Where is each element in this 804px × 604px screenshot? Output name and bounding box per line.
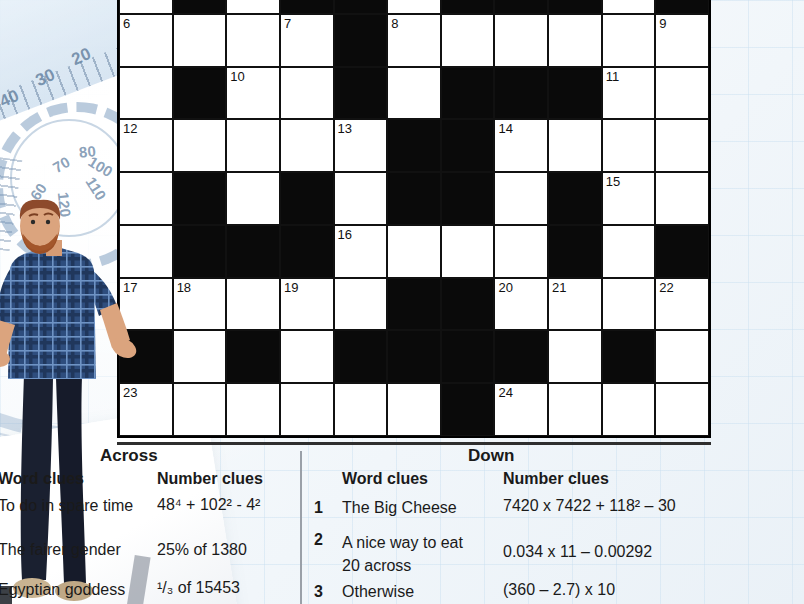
across-word-clue: To do in spare time [0, 497, 133, 515]
across-title: Across [100, 446, 158, 466]
down-number-clue: (360 – 2.7) x 10 [503, 581, 615, 599]
down-word-clue: A nice way to eat 20 across [342, 531, 484, 577]
across-number-clues-header: Number clues [157, 470, 263, 488]
across-word-clues-header: Word clues [0, 470, 84, 488]
across-number-clue: ¹/₃ of 15453 [157, 579, 240, 597]
down-number-clue: 0.034 x 11 – 0.00292 [503, 543, 652, 561]
across-word-clue: The fairer gender [0, 541, 121, 559]
across-number-clue: 48⁴ + 102² - 4² [157, 496, 260, 514]
down-word-clues-header: Word clues [342, 470, 428, 488]
puzzle-page: 20 30 40 60 70 80 100 110 120 6789101112… [0, 0, 804, 604]
across-word-clue: Egyptian goddess [0, 581, 125, 599]
down-clue-number-label: 2 [314, 531, 323, 549]
down-clue-number-label: 3 [314, 583, 323, 601]
down-clue-number-label: 1 [314, 499, 323, 517]
clues-divider-line [300, 451, 302, 604]
clues-separator-line [117, 442, 711, 445]
across-number-clue: 25% of 1380 [157, 541, 247, 559]
clues-section: Across Word clues Number clues To do in … [0, 0, 804, 604]
down-word-clue: The Big Cheese [342, 499, 457, 517]
down-title: Down [468, 446, 514, 466]
down-word-clue: Otherwise [342, 583, 414, 601]
down-number-clue: 7420 x 7422 + 118² – 30 [503, 497, 676, 515]
down-number-clues-header: Number clues [503, 470, 609, 488]
